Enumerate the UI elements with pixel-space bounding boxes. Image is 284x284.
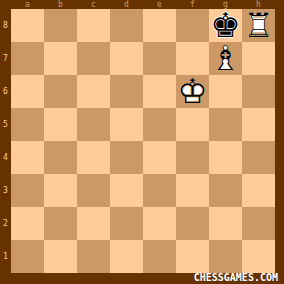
- rank-label-6: 6: [0, 75, 11, 108]
- square-f4: [176, 141, 209, 174]
- square-g6: [209, 75, 242, 108]
- square-d3: [110, 174, 143, 207]
- file-label-c: c: [77, 0, 110, 9]
- square-d4: [110, 141, 143, 174]
- square-d8: [110, 9, 143, 42]
- square-c3: [77, 174, 110, 207]
- rank-label-2: 2: [0, 207, 11, 240]
- square-h4: [242, 141, 275, 174]
- square-a7: [11, 42, 44, 75]
- white-rook: ♜♖: [242, 9, 275, 42]
- square-b1: [44, 240, 77, 273]
- square-b2: [44, 207, 77, 240]
- square-a8: [11, 9, 44, 42]
- rank-label-4: 4: [0, 141, 11, 174]
- file-label-f: f: [176, 0, 209, 9]
- chess-diagram: abcdefgh 87654321 ♚♜♖♝♗♚♔ CHESSGAMES.COM: [0, 0, 284, 284]
- square-a5: [11, 108, 44, 141]
- square-e4: [143, 141, 176, 174]
- square-f5: [176, 108, 209, 141]
- file-label-d: d: [110, 0, 143, 9]
- square-a2: [11, 207, 44, 240]
- square-h6: [242, 75, 275, 108]
- square-e6: [143, 75, 176, 108]
- rank-label-5: 5: [0, 108, 11, 141]
- square-g2: [209, 207, 242, 240]
- square-c7: [77, 42, 110, 75]
- square-h5: [242, 108, 275, 141]
- rank-label-7: 7: [0, 42, 11, 75]
- square-e3: [143, 174, 176, 207]
- piece-outline: ♖: [242, 9, 275, 42]
- file-label-e: e: [143, 0, 176, 9]
- square-g7: ♝♗: [209, 42, 242, 75]
- rank-labels: 87654321: [0, 9, 11, 273]
- square-a4: [11, 141, 44, 174]
- chessgames-watermark: CHESSGAMES.COM: [194, 272, 278, 283]
- square-g3: [209, 174, 242, 207]
- square-b4: [44, 141, 77, 174]
- square-d1: [110, 240, 143, 273]
- rank-label-1: 1: [0, 240, 11, 273]
- square-b7: [44, 42, 77, 75]
- square-g4: [209, 141, 242, 174]
- square-b8: [44, 9, 77, 42]
- square-f6: ♚♔: [176, 75, 209, 108]
- square-h7: [242, 42, 275, 75]
- square-h8: ♜♖: [242, 9, 275, 42]
- square-c6: [77, 75, 110, 108]
- square-a6: [11, 75, 44, 108]
- square-d2: [110, 207, 143, 240]
- square-c5: [77, 108, 110, 141]
- square-e5: [143, 108, 176, 141]
- file-label-b: b: [44, 0, 77, 9]
- white-king: ♚♔: [176, 75, 209, 108]
- square-d7: [110, 42, 143, 75]
- piece-outline: ♔: [176, 75, 209, 108]
- square-a1: [11, 240, 44, 273]
- square-a3: [11, 174, 44, 207]
- square-g1: [209, 240, 242, 273]
- square-f2: [176, 207, 209, 240]
- square-b3: [44, 174, 77, 207]
- square-c1: [77, 240, 110, 273]
- square-g5: [209, 108, 242, 141]
- rank-label-3: 3: [0, 174, 11, 207]
- square-b5: [44, 108, 77, 141]
- square-e8: [143, 9, 176, 42]
- file-label-a: a: [11, 0, 44, 9]
- chess-board: ♚♜♖♝♗♚♔: [11, 9, 275, 273]
- square-c8: [77, 9, 110, 42]
- square-h1: [242, 240, 275, 273]
- square-h3: [242, 174, 275, 207]
- square-f3: [176, 174, 209, 207]
- square-c2: [77, 207, 110, 240]
- square-h2: [242, 207, 275, 240]
- square-e2: [143, 207, 176, 240]
- square-f1: [176, 240, 209, 273]
- white-bishop: ♝♗: [209, 42, 242, 75]
- piece-outline: ♗: [209, 42, 242, 75]
- square-c4: [77, 141, 110, 174]
- square-b6: [44, 75, 77, 108]
- square-d5: [110, 108, 143, 141]
- rank-label-8: 8: [0, 9, 11, 42]
- square-d6: [110, 75, 143, 108]
- square-e1: [143, 240, 176, 273]
- square-e7: [143, 42, 176, 75]
- square-f8: [176, 9, 209, 42]
